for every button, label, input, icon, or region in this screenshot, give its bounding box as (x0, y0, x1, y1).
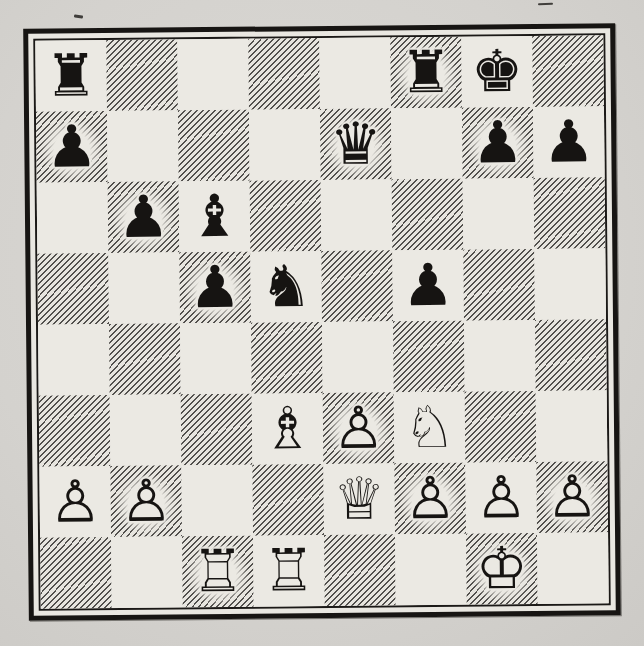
square-d7[interactable] (249, 109, 321, 181)
square-b3[interactable] (110, 394, 182, 466)
square-g5[interactable] (463, 249, 535, 321)
white-queen-e2[interactable]: ♕ (323, 463, 395, 535)
square-f7[interactable] (391, 108, 463, 180)
square-h8[interactable] (532, 35, 604, 107)
square-d2[interactable] (252, 464, 324, 536)
square-d1[interactable]: ♖ (253, 535, 325, 607)
black-rook-a8[interactable]: ♜ (35, 40, 107, 112)
black-pawn-c5[interactable]: ♟ (179, 252, 251, 324)
square-c1[interactable]: ♖ (182, 536, 254, 608)
square-b7[interactable] (107, 110, 179, 182)
square-e1[interactable] (324, 534, 396, 606)
square-c3[interactable] (181, 394, 253, 466)
black-queen-e7[interactable]: ♛ (320, 108, 392, 180)
square-c5[interactable]: ♟ (179, 252, 251, 324)
square-f4[interactable] (393, 321, 465, 393)
square-h2[interactable]: ♙ (536, 461, 608, 533)
black-pawn-h7[interactable]: ♟ (533, 106, 605, 178)
square-h1[interactable] (537, 532, 609, 604)
square-f5[interactable]: ♟ (392, 250, 464, 322)
square-g1[interactable]: ♔ (466, 533, 538, 605)
square-h3[interactable] (536, 390, 608, 462)
square-c2[interactable] (181, 465, 253, 537)
square-f1[interactable] (395, 534, 467, 606)
white-bishop-d3[interactable]: ♗ (252, 393, 324, 465)
square-h6[interactable] (534, 177, 606, 249)
square-c8[interactable] (177, 39, 249, 111)
black-king-g8[interactable]: ♚ (461, 36, 533, 108)
square-e5[interactable] (321, 250, 393, 322)
square-b2[interactable]: ♙ (110, 465, 182, 537)
square-c6[interactable]: ♝ (179, 181, 251, 253)
square-g2[interactable]: ♙ (465, 462, 537, 534)
square-a8[interactable]: ♜ (35, 40, 107, 112)
square-a6[interactable] (37, 182, 109, 254)
square-h5[interactable] (534, 248, 606, 320)
square-f8[interactable]: ♜ (390, 37, 462, 109)
black-pawn-a7[interactable]: ♟ (36, 111, 108, 183)
square-b4[interactable] (109, 323, 181, 395)
black-pawn-f5[interactable]: ♟ (392, 250, 464, 322)
white-knight-f3[interactable]: ♘ (394, 392, 466, 464)
square-h7[interactable]: ♟ (533, 106, 605, 178)
square-g3[interactable] (465, 391, 537, 463)
square-e7[interactable]: ♛ (320, 108, 392, 180)
square-d5[interactable]: ♞ (250, 251, 322, 323)
chess-board-inner-frame: ♜♜♚♟♛♟♟♟♝♟♞♟♗♙♘♙♙♕♙♙♙♖♖♔ (33, 33, 610, 610)
chess-diagram-frame: ♜♜♚♟♛♟♟♟♝♟♞♟♗♙♘♙♙♕♙♙♙♖♖♔ (23, 23, 621, 621)
square-e4[interactable] (322, 321, 394, 393)
square-e8[interactable] (319, 37, 391, 109)
chess-board: ♜♜♚♟♛♟♟♟♝♟♞♟♗♙♘♙♙♕♙♙♙♖♖♔ (35, 35, 608, 608)
white-rook-c1[interactable]: ♖ (182, 536, 254, 608)
square-e2[interactable]: ♕ (323, 463, 395, 535)
square-g6[interactable] (463, 178, 535, 250)
square-f2[interactable]: ♙ (394, 463, 466, 535)
square-h4[interactable] (535, 319, 607, 391)
square-g7[interactable]: ♟ (462, 107, 534, 179)
square-a7[interactable]: ♟ (36, 111, 108, 183)
scan-speck-top-left (74, 14, 83, 18)
white-pawn-g2[interactable]: ♙ (465, 462, 537, 534)
square-e3[interactable]: ♙ (323, 392, 395, 464)
white-rook-d1[interactable]: ♖ (253, 535, 325, 607)
white-king-g1[interactable]: ♔ (466, 533, 538, 605)
square-d4[interactable] (251, 322, 323, 394)
square-d6[interactable] (250, 180, 322, 252)
white-pawn-e3[interactable]: ♙ (323, 392, 395, 464)
black-rook-f8[interactable]: ♜ (390, 37, 462, 109)
scan-speck-top-right (538, 3, 553, 6)
square-a5[interactable] (37, 253, 109, 325)
square-b6[interactable]: ♟ (108, 181, 180, 253)
square-f6[interactable] (392, 179, 464, 251)
square-b5[interactable] (108, 252, 180, 324)
square-a2[interactable]: ♙ (39, 466, 111, 538)
square-g8[interactable]: ♚ (461, 36, 533, 108)
white-pawn-a2[interactable]: ♙ (39, 466, 111, 538)
black-knight-d5[interactable]: ♞ (250, 251, 322, 323)
white-pawn-f2[interactable]: ♙ (394, 463, 466, 535)
white-pawn-b2[interactable]: ♙ (110, 465, 182, 537)
square-a4[interactable] (38, 324, 110, 396)
square-c7[interactable] (178, 110, 250, 182)
square-b1[interactable] (111, 536, 183, 608)
square-c4[interactable] (180, 323, 252, 395)
square-f3[interactable]: ♘ (394, 392, 466, 464)
white-pawn-h2[interactable]: ♙ (536, 461, 608, 533)
black-bishop-c6[interactable]: ♝ (179, 181, 251, 253)
square-a1[interactable] (40, 537, 112, 609)
square-d8[interactable] (248, 38, 320, 110)
black-pawn-g7[interactable]: ♟ (462, 107, 534, 179)
square-d3[interactable]: ♗ (252, 393, 324, 465)
square-a3[interactable] (39, 395, 111, 467)
square-g4[interactable] (464, 320, 536, 392)
square-b8[interactable] (106, 39, 178, 111)
square-e6[interactable] (321, 179, 393, 251)
black-pawn-b6[interactable]: ♟ (108, 181, 180, 253)
